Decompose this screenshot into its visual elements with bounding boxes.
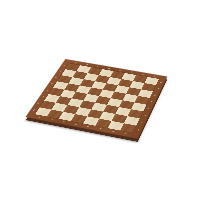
product-photo-scene: abcdefgh abcdefgh 87654321 87654321 bbox=[0, 0, 200, 200]
chess-board: abcdefgh abcdefgh 87654321 87654321 bbox=[26, 59, 168, 139]
